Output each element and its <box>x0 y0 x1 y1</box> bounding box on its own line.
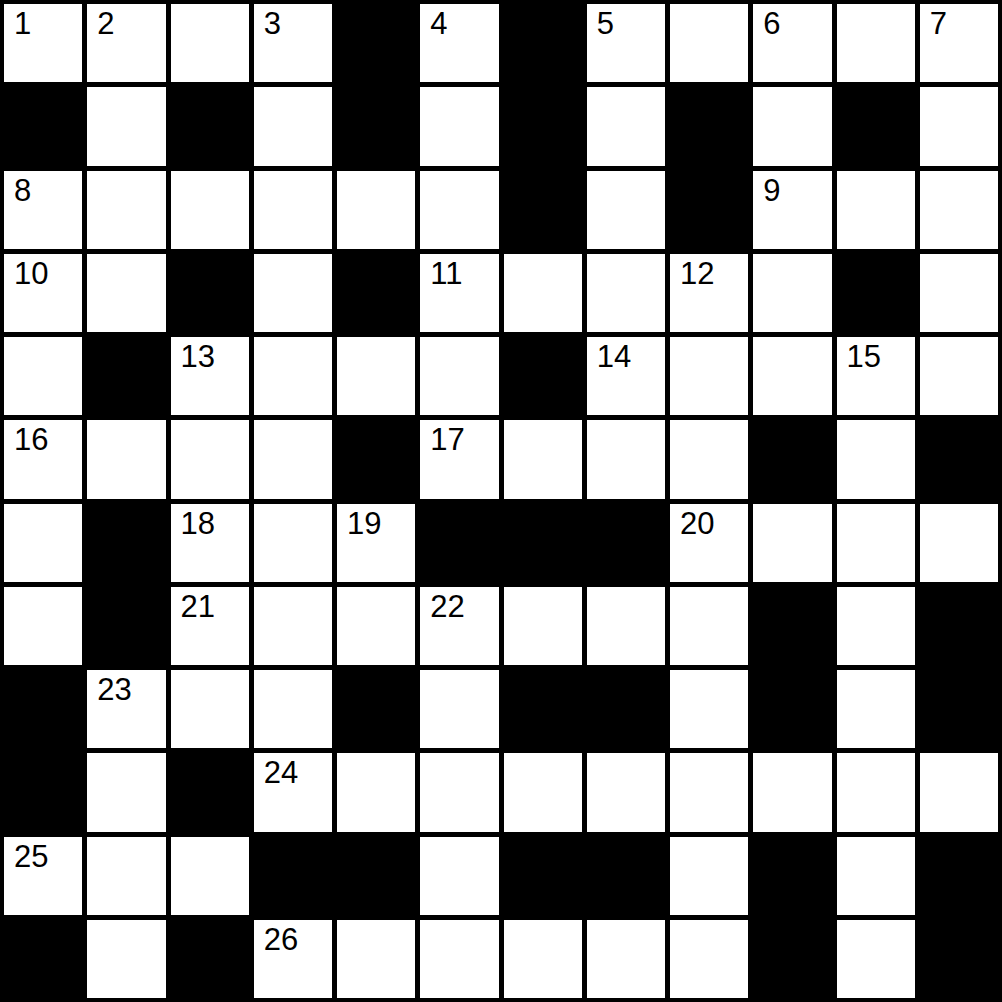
white-cell-r2c1[interactable] <box>87 171 165 249</box>
white-cell-r5c8[interactable] <box>670 420 748 498</box>
clue-number: 22 <box>430 591 464 622</box>
black-cell-r5c11 <box>920 420 998 498</box>
black-cell-r10c9 <box>753 837 831 915</box>
clue-number: 11 <box>430 258 462 289</box>
black-cell-r1c8 <box>670 87 748 165</box>
white-cell-r3c3[interactable] <box>254 254 332 332</box>
white-cell-r11c5[interactable] <box>420 920 498 998</box>
black-cell-r8c0 <box>4 670 82 748</box>
white-cell-r6c3[interactable] <box>254 504 332 582</box>
white-cell-r8c10[interactable] <box>837 670 915 748</box>
clue-number: 18 <box>181 508 215 539</box>
white-cell-r5c10[interactable] <box>837 420 915 498</box>
clue-number: 4 <box>430 8 447 39</box>
clue-number: 12 <box>680 258 714 289</box>
black-cell-r11c0 <box>4 920 82 998</box>
clue-number: 20 <box>680 508 714 539</box>
white-cell-r3c8[interactable]: 12 <box>670 254 748 332</box>
white-cell-r9c4[interactable] <box>337 753 415 831</box>
clue-number: 21 <box>181 591 215 622</box>
clue-number: 6 <box>763 8 780 39</box>
white-cell-r2c5[interactable] <box>420 171 498 249</box>
white-cell-r5c5[interactable]: 17 <box>420 420 498 498</box>
black-cell-r8c9 <box>753 670 831 748</box>
white-cell-r8c8[interactable] <box>670 670 748 748</box>
black-cell-r11c9 <box>753 920 831 998</box>
black-cell-r8c6 <box>504 670 582 748</box>
white-cell-r11c3[interactable]: 26 <box>254 920 332 998</box>
white-cell-r10c1[interactable] <box>87 837 165 915</box>
white-cell-r6c11[interactable] <box>920 504 998 582</box>
white-cell-r0c3[interactable]: 3 <box>254 4 332 82</box>
white-cell-r7c5[interactable]: 22 <box>420 587 498 665</box>
white-cell-r7c0[interactable] <box>4 587 82 665</box>
white-cell-r9c11[interactable] <box>920 753 998 831</box>
white-cell-r0c5[interactable]: 4 <box>420 4 498 82</box>
white-cell-r5c6[interactable] <box>504 420 582 498</box>
white-cell-r6c10[interactable] <box>837 504 915 582</box>
white-cell-r3c5[interactable]: 11 <box>420 254 498 332</box>
white-cell-r1c1[interactable] <box>87 87 165 165</box>
white-cell-r9c3[interactable]: 24 <box>254 753 332 831</box>
white-cell-r2c10[interactable] <box>837 171 915 249</box>
white-cell-r1c11[interactable] <box>920 87 998 165</box>
white-cell-r9c8[interactable] <box>670 753 748 831</box>
black-cell-r6c1 <box>87 504 165 582</box>
black-cell-r6c7 <box>587 504 665 582</box>
black-cell-r3c10 <box>837 254 915 332</box>
white-cell-r5c3[interactable] <box>254 420 332 498</box>
white-cell-r5c0[interactable]: 16 <box>4 420 82 498</box>
white-cell-r9c9[interactable] <box>753 753 831 831</box>
white-cell-r7c4[interactable] <box>337 587 415 665</box>
white-cell-r5c7[interactable] <box>587 420 665 498</box>
black-cell-r10c11 <box>920 837 998 915</box>
clue-number: 15 <box>847 341 881 372</box>
white-cell-r10c10[interactable] <box>837 837 915 915</box>
white-cell-r4c3[interactable] <box>254 337 332 415</box>
white-cell-r1c7[interactable] <box>587 87 665 165</box>
clue-number: 3 <box>264 8 281 39</box>
clue-number: 10 <box>14 258 48 289</box>
white-cell-r7c2[interactable]: 21 <box>171 587 249 665</box>
black-cell-r0c4 <box>337 4 415 82</box>
black-cell-r10c3 <box>254 837 332 915</box>
clue-number: 5 <box>597 8 614 39</box>
white-cell-r3c1[interactable] <box>87 254 165 332</box>
black-cell-r3c4 <box>337 254 415 332</box>
white-cell-r1c5[interactable] <box>420 87 498 165</box>
clue-number: 17 <box>430 424 464 455</box>
white-cell-r2c7[interactable] <box>587 171 665 249</box>
clue-number: 25 <box>14 841 48 872</box>
clue-number: 7 <box>930 8 947 39</box>
clue-number: 16 <box>14 424 48 455</box>
white-cell-r6c4[interactable]: 19 <box>337 504 415 582</box>
black-cell-r7c9 <box>753 587 831 665</box>
white-cell-r9c7[interactable] <box>587 753 665 831</box>
clue-number: 9 <box>763 175 780 206</box>
clue-number: 24 <box>264 757 298 788</box>
white-cell-r4c4[interactable] <box>337 337 415 415</box>
white-cell-r0c7[interactable]: 5 <box>587 4 665 82</box>
white-cell-r11c10[interactable] <box>837 920 915 998</box>
white-cell-r2c11[interactable] <box>920 171 998 249</box>
clue-number: 2 <box>97 8 114 39</box>
white-cell-r4c8[interactable] <box>670 337 748 415</box>
black-cell-r10c7 <box>587 837 665 915</box>
white-cell-r9c6[interactable] <box>504 753 582 831</box>
white-cell-r4c9[interactable] <box>753 337 831 415</box>
white-cell-r8c2[interactable] <box>171 670 249 748</box>
black-cell-r1c2 <box>171 87 249 165</box>
white-cell-r0c0[interactable]: 1 <box>4 4 82 82</box>
black-cell-r1c0 <box>4 87 82 165</box>
white-cell-r0c11[interactable]: 7 <box>920 4 998 82</box>
clue-number: 1 <box>14 8 31 39</box>
white-cell-r8c3[interactable] <box>254 670 332 748</box>
white-cell-r4c0[interactable] <box>4 337 82 415</box>
white-cell-r9c5[interactable] <box>420 753 498 831</box>
white-cell-r7c8[interactable] <box>670 587 748 665</box>
white-cell-r0c9[interactable]: 6 <box>753 4 831 82</box>
black-cell-r1c6 <box>504 87 582 165</box>
white-cell-r4c5[interactable] <box>420 337 498 415</box>
black-cell-r7c1 <box>87 587 165 665</box>
white-cell-r6c9[interactable] <box>753 504 831 582</box>
white-cell-r4c10[interactable]: 15 <box>837 337 915 415</box>
white-cell-r9c10[interactable] <box>837 753 915 831</box>
white-cell-r4c7[interactable]: 14 <box>587 337 665 415</box>
black-cell-r7c11 <box>920 587 998 665</box>
black-cell-r6c5 <box>420 504 498 582</box>
black-cell-r11c2 <box>171 920 249 998</box>
white-cell-r3c7[interactable] <box>587 254 665 332</box>
white-cell-r6c2[interactable]: 18 <box>171 504 249 582</box>
white-cell-r8c1[interactable]: 23 <box>87 670 165 748</box>
black-cell-r4c1 <box>87 337 165 415</box>
white-cell-r0c1[interactable]: 2 <box>87 4 165 82</box>
white-cell-r7c3[interactable] <box>254 587 332 665</box>
white-cell-r4c11[interactable] <box>920 337 998 415</box>
black-cell-r9c2 <box>171 753 249 831</box>
black-cell-r5c4 <box>337 420 415 498</box>
white-cell-r11c1[interactable] <box>87 920 165 998</box>
crossword-grid: 1234567891011121314151617181920212223242… <box>0 0 1002 1002</box>
white-cell-r10c2[interactable] <box>171 837 249 915</box>
white-cell-r3c9[interactable] <box>753 254 831 332</box>
clue-number: 23 <box>97 674 131 705</box>
white-cell-r0c10[interactable] <box>837 4 915 82</box>
white-cell-r6c0[interactable] <box>4 504 82 582</box>
clue-number: 13 <box>181 341 215 372</box>
white-cell-r11c4[interactable] <box>337 920 415 998</box>
black-cell-r9c0 <box>4 753 82 831</box>
white-cell-r3c0[interactable]: 10 <box>4 254 82 332</box>
black-cell-r8c7 <box>587 670 665 748</box>
white-cell-r10c0[interactable]: 25 <box>4 837 82 915</box>
white-cell-r11c8[interactable] <box>670 920 748 998</box>
black-cell-r4c6 <box>504 337 582 415</box>
black-cell-r3c2 <box>171 254 249 332</box>
white-cell-r3c11[interactable] <box>920 254 998 332</box>
white-cell-r11c7[interactable] <box>587 920 665 998</box>
white-cell-r2c3[interactable] <box>254 171 332 249</box>
white-cell-r6c8[interactable]: 20 <box>670 504 748 582</box>
clue-number: 26 <box>264 924 298 955</box>
white-cell-r3c6[interactable] <box>504 254 582 332</box>
black-cell-r6c6 <box>504 504 582 582</box>
clue-number: 14 <box>597 341 631 372</box>
black-cell-r1c10 <box>837 87 915 165</box>
white-cell-r2c0[interactable]: 8 <box>4 171 82 249</box>
black-cell-r8c11 <box>920 670 998 748</box>
black-cell-r2c6 <box>504 171 582 249</box>
black-cell-r10c4 <box>337 837 415 915</box>
black-cell-r2c8 <box>670 171 748 249</box>
white-cell-r5c2[interactable] <box>171 420 249 498</box>
white-cell-r1c3[interactable] <box>254 87 332 165</box>
white-cell-r5c1[interactable] <box>87 420 165 498</box>
black-cell-r10c6 <box>504 837 582 915</box>
white-cell-r2c2[interactable] <box>171 171 249 249</box>
clue-number: 8 <box>14 175 31 206</box>
black-cell-r1c4 <box>337 87 415 165</box>
white-cell-r7c10[interactable] <box>837 587 915 665</box>
white-cell-r7c6[interactable] <box>504 587 582 665</box>
white-cell-r10c5[interactable] <box>420 837 498 915</box>
white-cell-r0c8[interactable] <box>670 4 748 82</box>
white-cell-r11c6[interactable] <box>504 920 582 998</box>
black-cell-r5c9 <box>753 420 831 498</box>
clue-number: 19 <box>347 508 381 539</box>
white-cell-r2c4[interactable] <box>337 171 415 249</box>
black-cell-r11c11 <box>920 920 998 998</box>
white-cell-r4c2[interactable]: 13 <box>171 337 249 415</box>
white-cell-r9c1[interactable] <box>87 753 165 831</box>
white-cell-r8c5[interactable] <box>420 670 498 748</box>
white-cell-r1c9[interactable] <box>753 87 831 165</box>
black-cell-r8c4 <box>337 670 415 748</box>
white-cell-r7c7[interactable] <box>587 587 665 665</box>
white-cell-r10c8[interactable] <box>670 837 748 915</box>
white-cell-r2c9[interactable]: 9 <box>753 171 831 249</box>
black-cell-r0c6 <box>504 4 582 82</box>
white-cell-r0c2[interactable] <box>171 4 249 82</box>
